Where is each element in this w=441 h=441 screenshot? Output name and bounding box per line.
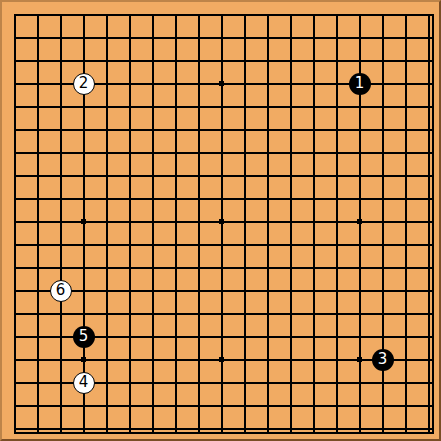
- star-point: [357, 219, 362, 224]
- stone-white-6: 6: [50, 280, 72, 302]
- star-point: [219, 81, 224, 86]
- star-point: [81, 357, 86, 362]
- stone-black-5: 5: [73, 326, 95, 348]
- stone-white-4: 4: [73, 372, 95, 394]
- stone-white-2: 2: [73, 73, 95, 95]
- star-point: [219, 357, 224, 362]
- star-point: [357, 357, 362, 362]
- go-board: 123456: [0, 0, 441, 441]
- stone-black-3: 3: [372, 349, 394, 371]
- stone-black-1: 1: [349, 73, 371, 95]
- star-point: [219, 219, 224, 224]
- goban-grid: 123456: [3, 3, 440, 440]
- star-point: [81, 219, 86, 224]
